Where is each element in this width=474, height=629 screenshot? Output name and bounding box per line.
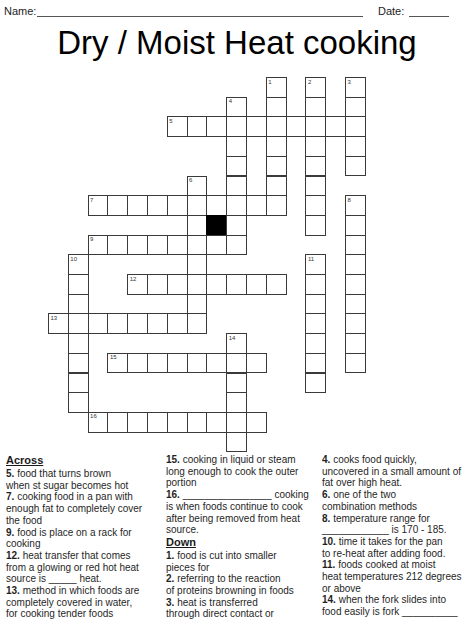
clue-12: 12. heat transfer that comes from a glow… [6, 550, 166, 585]
cell-r9c1[interactable]: 10 [68, 254, 89, 275]
cell-r8c7[interactable] [187, 235, 208, 256]
clue-text: one of the two combination methods [322, 489, 417, 512]
cell-r1c11[interactable] [266, 97, 287, 118]
cell-r12c13[interactable] [305, 313, 326, 334]
cell-r7c13[interactable] [305, 215, 326, 236]
clue-text: method in which foods are completely cov… [6, 585, 139, 619]
cell-r11c1[interactable] [68, 294, 89, 315]
cell-r8c6[interactable] [167, 235, 188, 256]
cell-r13c13[interactable] [305, 333, 326, 354]
cell-r17c3[interactable] [107, 412, 128, 433]
cell-r12c6[interactable] [167, 313, 188, 334]
clue-number: 5. [6, 468, 17, 479]
cell-r12c15[interactable] [345, 313, 366, 334]
cell-r10c11[interactable] [266, 274, 287, 295]
cell-r3c9[interactable] [226, 136, 247, 157]
cell-r14c8[interactable] [206, 353, 227, 374]
cell-r6c4[interactable] [127, 195, 148, 216]
cell-r10c4[interactable]: 12 [127, 274, 148, 295]
cell-r4c15[interactable] [345, 156, 366, 177]
cell-number: 14 [229, 335, 236, 342]
cell-r2c15[interactable] [345, 116, 366, 137]
clue-column-1: Across5. food that turns brown when st s… [6, 454, 166, 620]
cell-number: 12 [130, 276, 137, 283]
clue-text: referring to the reaction of proteins br… [166, 573, 294, 596]
clue-text: when the fork slides into food easily is… [322, 594, 458, 617]
cell-r2c6[interactable]: 5 [167, 116, 188, 137]
clue-text: cooking in liquid or steam long enough t… [166, 454, 298, 488]
across-header: Across [6, 454, 166, 466]
clue-text: food that turns brown when st sugar beco… [6, 468, 128, 491]
clue-text: ________________ cooking is when foods c… [166, 489, 309, 535]
cell-r12c7[interactable] [187, 313, 208, 334]
cell-r8c5[interactable] [147, 235, 168, 256]
cell-r8c15[interactable] [345, 235, 366, 256]
clue-number: 13. [6, 585, 23, 596]
cell-number: 2 [308, 79, 311, 86]
cell-r10c7[interactable] [187, 274, 208, 295]
clue-text: food is cut into smaller pieces for [166, 550, 277, 573]
cell-r1c9[interactable]: 4 [226, 97, 247, 118]
name-blank-line [37, 15, 363, 17]
clue-14: 14. when the fork slides into food easil… [322, 594, 474, 617]
cell-r5c13[interactable] [305, 176, 326, 197]
cell-r12c1[interactable] [68, 313, 89, 334]
cell-r7c9[interactable] [226, 215, 247, 236]
clue-number: 6. [322, 489, 333, 500]
cell-r7c7[interactable] [187, 215, 208, 236]
cell-r14c5[interactable] [147, 353, 168, 374]
clue-text: cooking food in a pan with enough fat to… [6, 491, 142, 525]
cell-r15c1[interactable] [68, 373, 89, 394]
cell-r0c11[interactable]: 1 [266, 77, 287, 98]
cell-r10c10[interactable] [246, 274, 267, 295]
cell-number: 8 [348, 197, 351, 204]
cell-r17c6[interactable] [167, 412, 188, 433]
clue-number: 11. [322, 559, 338, 570]
cell-r1c13[interactable] [305, 97, 326, 118]
cell-r0c15[interactable]: 3 [345, 77, 366, 98]
cell-r6c13[interactable] [305, 195, 326, 216]
cell-number: 3 [348, 79, 351, 86]
date-label: Date: [378, 5, 404, 17]
cell-r14c9[interactable] [226, 353, 247, 374]
clue-9: 9. food is place on a rack for cooking [6, 527, 166, 550]
cell-r3c13[interactable] [305, 136, 326, 157]
cell-r6c2[interactable]: 7 [88, 195, 109, 216]
cell-r8c8[interactable] [206, 235, 227, 256]
cell-r17c9[interactable] [226, 412, 247, 433]
crossword-grid: 12345678910111213141516 [48, 77, 366, 453]
cell-r14c4[interactable] [127, 353, 148, 374]
cell-r4c9[interactable] [226, 156, 247, 177]
cell-r14c13[interactable] [305, 353, 326, 374]
cell-r16c9[interactable] [226, 392, 247, 413]
cell-r3c15[interactable] [345, 136, 366, 157]
cell-r8c3[interactable] [107, 235, 128, 256]
clue-number: 16. [166, 489, 183, 500]
clue-15: 15. cooking in liquid or steam long enou… [166, 454, 322, 489]
black-cell [206, 215, 227, 236]
cell-r4c13[interactable] [305, 156, 326, 177]
down-header: Down [166, 536, 322, 548]
clue-3: 3. heat is transferred through direct co… [166, 597, 322, 629]
page-title: Dry / Moist Heat cooking [0, 24, 474, 62]
clue-column-2: 15. cooking in liquid or steam long enou… [166, 454, 322, 629]
cell-r2c11[interactable] [266, 116, 287, 137]
cell-r5c11[interactable] [266, 176, 287, 197]
cell-r2c8[interactable] [206, 116, 227, 137]
cell-r14c3[interactable]: 15 [107, 353, 128, 374]
cell-r6c11[interactable] [266, 195, 287, 216]
clue-16: 16. ________________ cooking is when foo… [166, 489, 322, 536]
clue-number: 15. [166, 454, 183, 465]
cell-r13c9[interactable]: 14 [226, 333, 247, 354]
cell-number: 1 [268, 79, 271, 86]
clues-section: Across5. food that turns brown when st s… [6, 454, 474, 629]
cell-r6c15[interactable]: 8 [345, 195, 366, 216]
cell-number: 9 [90, 236, 93, 243]
cell-r14c10[interactable] [246, 353, 267, 374]
cell-number: 10 [70, 256, 77, 263]
clue-text: heat is transferred through direct conta… [166, 597, 274, 629]
clue-column-3: 4. cooks food quickly, uncovered in a sm… [322, 454, 474, 618]
cell-r14c1[interactable] [68, 353, 89, 374]
date-blank-line [409, 15, 449, 17]
clue-text: temperature range for ____________ is 17… [322, 513, 447, 536]
cell-r17c8[interactable] [206, 412, 227, 433]
cell-r6c6[interactable] [167, 195, 188, 216]
cell-r12c4[interactable] [127, 313, 148, 334]
cell-r13c15[interactable] [345, 333, 366, 354]
clue-number: 2. [166, 573, 177, 584]
clue-5: 5. food that turns brown when st sugar b… [6, 468, 166, 491]
cell-r13c1[interactable] [68, 333, 89, 354]
clue-number: 12. [6, 550, 23, 561]
cell-r10c9[interactable] [226, 274, 247, 295]
clue-text: cooks food quickly, uncovered in a small… [322, 454, 461, 488]
cell-number: 11 [308, 256, 314, 263]
cell-r5c9[interactable] [226, 176, 247, 197]
cell-r9c13[interactable]: 11 [305, 254, 326, 275]
cell-r2c7[interactable] [187, 116, 208, 137]
clue-4: 4. cooks food quickly, uncovered in a sm… [322, 454, 474, 489]
cell-r14c7[interactable] [187, 353, 208, 374]
cell-r12c3[interactable] [107, 313, 128, 334]
cell-r6c7[interactable] [187, 195, 208, 216]
cell-number: 5 [169, 118, 172, 125]
cell-number: 4 [229, 98, 232, 105]
cell-r12c5[interactable] [147, 313, 168, 334]
cell-r8c4[interactable] [127, 235, 148, 256]
cell-r8c2[interactable]: 9 [88, 235, 109, 256]
cell-r10c15[interactable] [345, 274, 366, 295]
cell-r2c10[interactable] [246, 116, 267, 137]
clue-2: 2. referring to the reaction of proteins… [166, 573, 322, 596]
clue-text: food is place on a rack for cooking [6, 527, 132, 550]
cell-r8c9[interactable] [226, 235, 247, 256]
cell-r0c13[interactable]: 2 [305, 77, 326, 98]
cell-r12c0[interactable]: 13 [48, 313, 69, 334]
clue-text: heat transfer that comes from a glowing … [6, 550, 139, 584]
cell-r14c15[interactable] [345, 353, 366, 374]
cell-r1c15[interactable] [345, 97, 366, 118]
cell-r10c1[interactable] [68, 274, 89, 295]
clue-number: 3. [166, 597, 177, 608]
cell-number: 6 [189, 177, 192, 184]
clue-11: 11. foods cooked at moist heat temperatu… [322, 559, 474, 594]
cell-r10c8[interactable] [206, 274, 227, 295]
cell-r11c15[interactable] [345, 294, 366, 315]
clue-13: 13. method in which foods are completely… [6, 585, 166, 620]
cell-r10c5[interactable] [147, 274, 168, 295]
clue-text: time it takes for the pan to re-heat aft… [322, 536, 445, 559]
cell-r6c9[interactable] [226, 195, 247, 216]
clue-number: 10. [322, 536, 339, 547]
cell-r6c3[interactable] [107, 195, 128, 216]
cell-r17c10[interactable] [246, 412, 267, 433]
clue-text: foods cooked at moist heat temperatures … [322, 559, 462, 593]
clue-6: 6. one of the two combination methods [322, 489, 474, 512]
cell-number: 13 [51, 315, 58, 322]
worksheet-page: Name: Date: Dry / Moist Heat cooking 123… [0, 0, 474, 629]
cell-r16c1[interactable] [68, 392, 89, 413]
cell-r17c5[interactable] [147, 412, 168, 433]
cell-r10c13[interactable] [305, 274, 326, 295]
cell-r6c5[interactable] [147, 195, 168, 216]
cell-r2c12[interactable] [286, 116, 307, 137]
cell-r2c13[interactable] [305, 116, 326, 137]
cell-r17c4[interactable] [127, 412, 148, 433]
clue-7: 7. cooking food in a pan with enough fat… [6, 491, 166, 526]
clue-8: 8. temperature range for ____________ is… [322, 513, 474, 536]
cell-r15c13[interactable] [305, 373, 326, 394]
name-label: Name: [4, 5, 36, 17]
cell-r15c9[interactable] [226, 373, 247, 394]
cell-r17c7[interactable] [187, 412, 208, 433]
cell-r6c8[interactable] [206, 195, 227, 216]
cell-r2c9[interactable] [226, 116, 247, 137]
cell-r11c7[interactable] [187, 294, 208, 315]
clue-number: 14. [322, 594, 339, 605]
cell-r6c10[interactable] [246, 195, 267, 216]
clue-number: 1. [166, 550, 177, 561]
cell-number: 7 [90, 197, 93, 204]
clue-number: 4. [322, 454, 333, 465]
cell-number: 16 [90, 413, 97, 420]
cell-r18c9[interactable] [226, 432, 247, 453]
clue-10: 10. time it takes for the pan to re-heat… [322, 536, 474, 559]
cell-r2c14[interactable] [325, 116, 346, 137]
cell-r10c6[interactable] [167, 274, 188, 295]
cell-r9c7[interactable] [187, 254, 208, 275]
clue-1: 1. food is cut into smaller pieces for [166, 550, 322, 573]
cell-r14c6[interactable] [167, 353, 188, 374]
cell-r12c2[interactable] [88, 313, 109, 334]
clue-number: 7. [6, 491, 17, 502]
clue-number: 9. [6, 527, 17, 538]
clue-number: 8. [322, 513, 333, 524]
cell-r7c15[interactable] [345, 215, 366, 236]
cell-r3c11[interactable] [266, 136, 287, 157]
cell-number: 15 [110, 354, 117, 361]
cell-r17c2[interactable]: 16 [88, 412, 109, 433]
cell-r9c15[interactable] [345, 254, 366, 275]
cell-r11c13[interactable] [305, 294, 326, 315]
cell-r5c7[interactable]: 6 [187, 176, 208, 197]
cell-r4c11[interactable] [266, 156, 287, 177]
